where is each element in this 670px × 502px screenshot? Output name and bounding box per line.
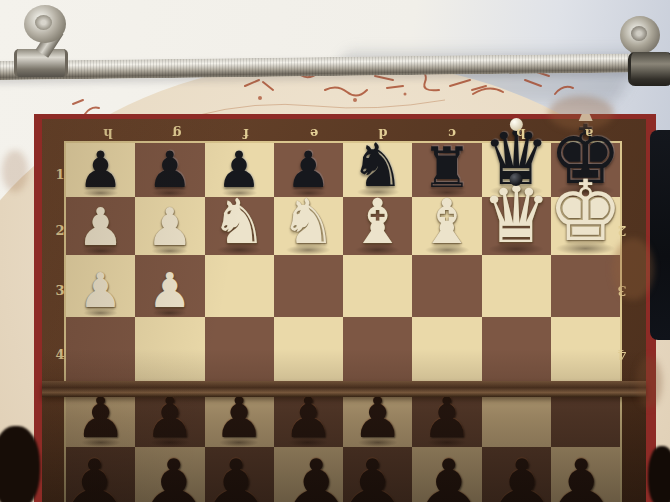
square-g1[interactable]: ♟	[135, 143, 204, 197]
unknown-glyph: ♟	[58, 451, 132, 502]
file-label-h: h	[100, 126, 116, 141]
knight-glyph: ♞	[281, 193, 337, 252]
board-grid: ♟♟♟♟♞♜♛♚♟♟♞♞♝♝♛♚♟♟♟♟♟♟♟♟♟♟♟♟♟♟♟♟	[64, 141, 622, 502]
queen-glyph: ♛	[481, 178, 551, 252]
chess-piece-white-pawn-g2[interactable]: ♟	[147, 203, 194, 252]
square-a2[interactable]: ♚	[551, 197, 620, 255]
chess-piece-white-bishop-c2[interactable]: ♝	[419, 193, 475, 252]
square-c2[interactable]: ♝	[412, 197, 481, 255]
unknown-glyph: ♟	[412, 451, 486, 502]
square-d2[interactable]: ♝	[343, 197, 412, 255]
pawn-glyph: ♟	[145, 391, 195, 444]
metal-rail-bar	[0, 53, 670, 80]
rank-label-right-4: 4	[615, 347, 629, 362]
pawn-glyph: ♟	[78, 147, 123, 195]
square-d6[interactable]: ♟	[343, 447, 412, 502]
square-e6[interactable]: ♟	[274, 447, 343, 502]
chess-piece-wood-unknown-d6[interactable]: ♟	[336, 451, 410, 502]
square-g3[interactable]: ♟	[135, 255, 204, 317]
rank-label-left-2: 2	[53, 223, 67, 238]
king-cone-finial-ivory	[578, 114, 592, 121]
square-a4[interactable]	[551, 317, 620, 383]
square-b2[interactable]: ♛	[482, 197, 551, 255]
square-b4[interactable]	[482, 317, 551, 383]
square-h3[interactable]: ♟	[66, 255, 135, 317]
metal-rail	[0, 0, 670, 110]
pawn-glyph: ♟	[283, 391, 333, 444]
square-h6[interactable]: ♟	[66, 447, 135, 502]
chess-piece-white-pawn-g3[interactable]: ♟	[148, 268, 191, 314]
square-g2[interactable]: ♟	[135, 197, 204, 255]
queen-ball-finial-black	[510, 173, 523, 186]
square-e4[interactable]	[274, 317, 343, 383]
chess-piece-wood-pawn-d5[interactable]: ♟	[353, 391, 403, 444]
square-h1[interactable]: ♟	[66, 143, 135, 197]
pawn-glyph: ♟	[353, 391, 403, 444]
unknown-glyph: ♟	[545, 451, 619, 502]
file-label-c: c	[444, 126, 460, 141]
rank-label-right-3: 3	[615, 283, 629, 298]
chess-piece-black-pawn-g1[interactable]: ♟	[147, 147, 192, 195]
file-label-f: f	[238, 126, 254, 141]
pawn-glyph: ♟	[214, 391, 264, 444]
pawn-glyph: ♟	[422, 391, 472, 444]
rank-label-left-1: 1	[53, 167, 67, 182]
chess-piece-white-queen-b2[interactable]: ♛	[481, 178, 551, 252]
chess-piece-wood-pawn-f5[interactable]: ♟	[214, 391, 264, 444]
bishop-glyph: ♝	[419, 193, 475, 252]
square-f2[interactable]: ♞	[205, 197, 274, 255]
file-label-e: e	[306, 126, 322, 141]
knight-glyph: ♞	[211, 193, 267, 252]
rank-label-left-3: 3	[53, 283, 67, 298]
file-label-g: g	[169, 126, 185, 141]
bishop-glyph: ♝	[350, 193, 406, 252]
square-f4[interactable]	[205, 317, 274, 383]
board-outer-trim: ♟♟♟♟♞♜♛♚♟♟♞♞♝♝♛♚♟♟♟♟♟♟♟♟♟♟♟♟♟♟♟♟ hgfedcb…	[34, 114, 656, 502]
file-label-b: b	[513, 126, 529, 141]
square-g4[interactable]	[135, 317, 204, 383]
chess-piece-black-pawn-h1[interactable]: ♟	[78, 147, 123, 195]
chess-piece-wood-unknown-c6[interactable]: ♟	[412, 451, 486, 502]
chess-piece-white-knight-e2[interactable]: ♞	[281, 193, 337, 252]
square-d3[interactable]	[343, 255, 412, 317]
chess-piece-wood-unknown-h6[interactable]: ♟	[58, 451, 132, 502]
pawn-glyph: ♟	[79, 268, 122, 314]
rail-left-mount	[24, 5, 66, 43]
square-c4[interactable]	[412, 317, 481, 383]
rank-label-left-4: 4	[53, 347, 67, 362]
file-label-d: d	[375, 126, 391, 141]
square-b3[interactable]	[482, 255, 551, 317]
pawn-glyph: ♟	[147, 203, 194, 252]
rail-right-mount	[620, 16, 660, 54]
king-cone-finial-black	[578, 160, 592, 176]
square-e3[interactable]	[274, 255, 343, 317]
cropped-wooden-piece	[648, 446, 670, 502]
pawn-glyph: ♟	[147, 147, 192, 195]
file-label-a: a	[581, 126, 597, 141]
chess-board: ♟♟♟♟♞♜♛♚♟♟♞♞♝♝♛♚♟♟♟♟♟♟♟♟♟♟♟♟♟♟♟♟ hgfedcb…	[34, 114, 656, 502]
square-a6[interactable]: ♟	[551, 447, 620, 502]
square-c6[interactable]: ♟	[412, 447, 481, 502]
square-g6[interactable]: ♟	[135, 447, 204, 502]
king-glyph: ♚	[548, 172, 623, 252]
square-d4[interactable]	[343, 317, 412, 383]
chess-piece-wood-unknown-a6[interactable]: ♟	[545, 451, 619, 502]
unknown-glyph: ♟	[336, 451, 410, 502]
square-b6[interactable]: ♟	[482, 447, 551, 502]
chess-piece-white-pawn-h3[interactable]: ♟	[79, 268, 122, 314]
chess-piece-wood-pawn-h5[interactable]: ♟	[76, 391, 126, 444]
chess-piece-wood-pawn-e5[interactable]: ♟	[283, 391, 333, 444]
chess-piece-wood-pawn-c5[interactable]: ♟	[422, 391, 472, 444]
rail-right-collar	[628, 52, 670, 86]
cropped-wooden-piece	[0, 426, 40, 502]
pawn-glyph: ♟	[76, 391, 126, 444]
chess-piece-white-knight-f2[interactable]: ♞	[211, 193, 267, 252]
board-border-frame: ♟♟♟♟♞♜♛♚♟♟♞♞♝♝♛♚♟♟♟♟♟♟♟♟♟♟♟♟♟♟♟♟ hgfedcb…	[42, 119, 646, 502]
square-c3[interactable]	[412, 255, 481, 317]
square-f6[interactable]: ♟	[205, 447, 274, 502]
pawn-glyph: ♟	[148, 268, 191, 314]
rank-label-right-2: 2	[615, 223, 629, 238]
chess-piece-white-bishop-d2[interactable]: ♝	[350, 193, 406, 252]
square-f3[interactable]	[205, 255, 274, 317]
unknown-glyph: ♟	[199, 451, 273, 502]
square-h4[interactable]	[66, 317, 135, 383]
chess-piece-white-pawn-h2[interactable]: ♟	[77, 203, 124, 252]
chess-piece-wood-pawn-g5[interactable]: ♟	[145, 391, 195, 444]
square-h2[interactable]: ♟	[66, 197, 135, 255]
dark-object-right	[650, 130, 670, 340]
board-fold-seam	[42, 381, 646, 397]
pawn-glyph: ♟	[77, 203, 124, 252]
square-e2[interactable]: ♞	[274, 197, 343, 255]
chess-piece-white-king-a2[interactable]: ♚	[548, 172, 623, 252]
chess-piece-wood-unknown-f6[interactable]: ♟	[199, 451, 273, 502]
square-a3[interactable]	[551, 255, 620, 317]
